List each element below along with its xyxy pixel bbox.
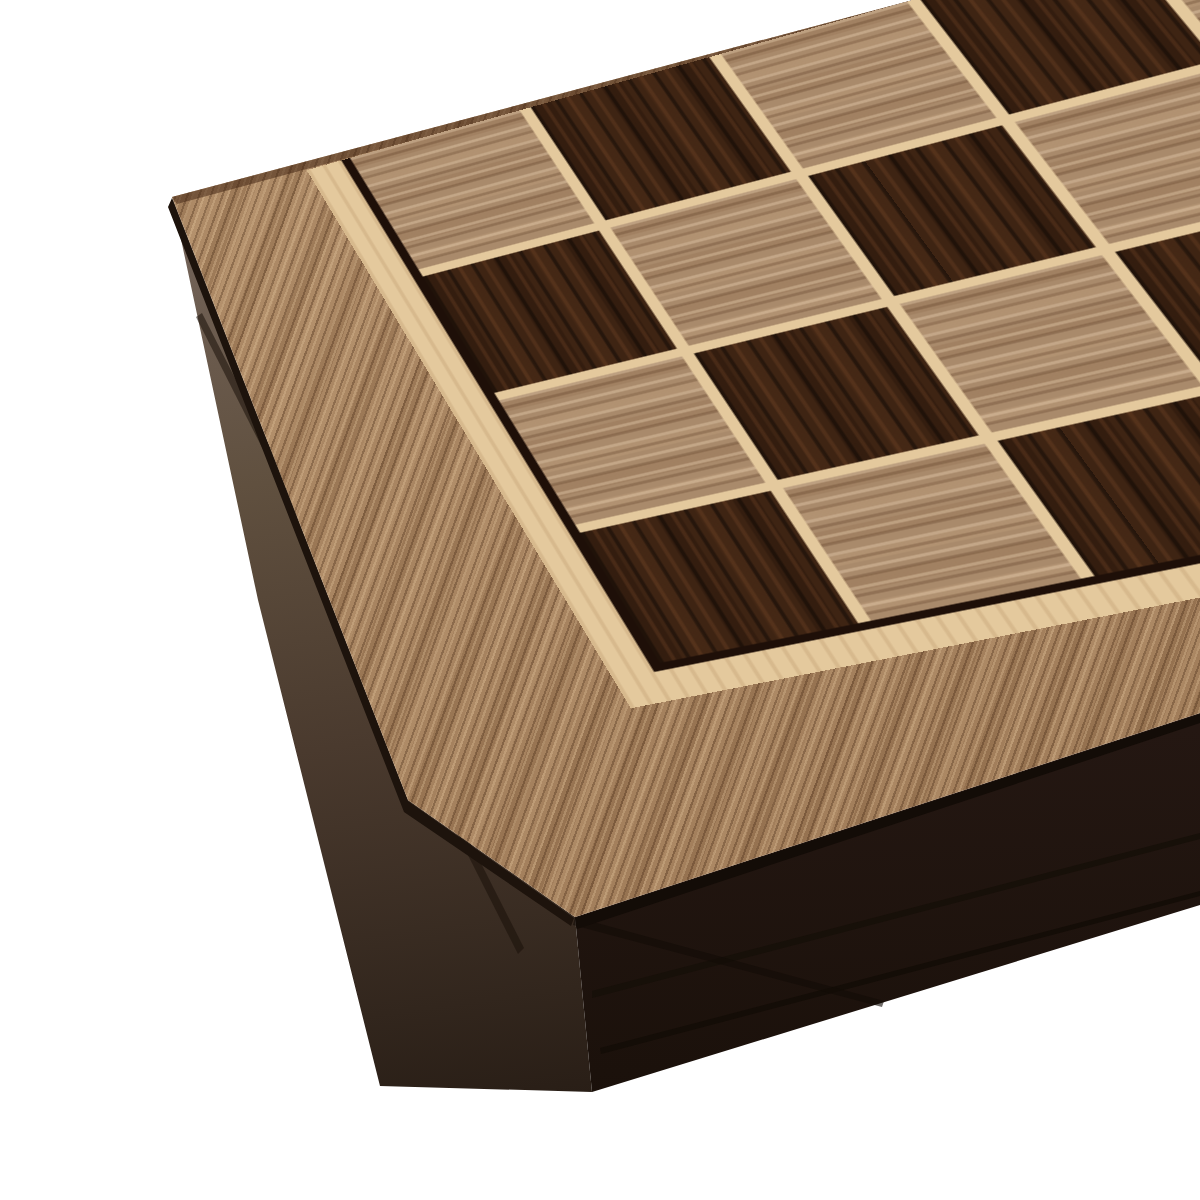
product-photo [0, 0, 1200, 1200]
